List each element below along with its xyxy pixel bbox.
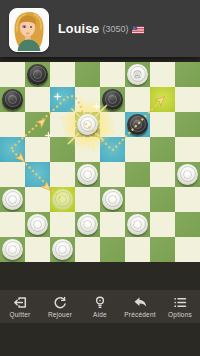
square-c2r2[interactable] xyxy=(50,112,75,137)
white-man[interactable] xyxy=(2,239,23,260)
undo-icon xyxy=(133,296,148,309)
player-rating: (3050) xyxy=(102,24,128,34)
square-c5r3[interactable] xyxy=(125,137,150,162)
square-c0r4[interactable] xyxy=(0,162,25,187)
square-c3r3[interactable] xyxy=(75,137,100,162)
checkers-board: ♕ xyxy=(0,62,200,262)
square-c0r1[interactable] xyxy=(0,87,25,112)
replay-icon xyxy=(53,296,67,309)
square-c3r7[interactable] xyxy=(75,237,100,262)
square-c4r7[interactable] xyxy=(100,237,125,262)
black-man[interactable] xyxy=(2,89,23,110)
hint-label: Aide xyxy=(93,311,107,318)
options-label: Options xyxy=(168,311,192,318)
square-c4r2[interactable] xyxy=(100,112,125,137)
hint-button[interactable]: Aide xyxy=(80,296,120,318)
white-man[interactable] xyxy=(102,189,123,210)
square-c5r6[interactable] xyxy=(125,212,150,237)
square-c1r1[interactable] xyxy=(25,87,50,112)
square-c7r0[interactable] xyxy=(175,62,200,87)
white-man[interactable] xyxy=(2,189,23,210)
opponent-info: Louise (3050) xyxy=(58,0,144,57)
square-c4r4[interactable] xyxy=(100,162,125,187)
square-c7r4[interactable] xyxy=(175,162,200,187)
square-c7r7[interactable] xyxy=(175,237,200,262)
square-c5r4[interactable] xyxy=(125,162,150,187)
square-c2r6[interactable] xyxy=(50,212,75,237)
us-flag-icon xyxy=(132,20,144,38)
square-c6r1[interactable] xyxy=(150,87,175,112)
square-c1r0[interactable] xyxy=(25,62,50,87)
square-c1r2[interactable] xyxy=(25,112,50,137)
white-man[interactable] xyxy=(177,164,198,185)
square-c4r5[interactable] xyxy=(100,187,125,212)
square-c1r5[interactable] xyxy=(25,187,50,212)
player-name: Louise xyxy=(58,22,99,36)
square-c1r6[interactable] xyxy=(25,212,50,237)
game-toolbar: Quitter Rejouer Aide xyxy=(0,290,200,323)
checkers-app: Louise (3050) ♕ xyxy=(0,0,200,356)
square-c4r0[interactable] xyxy=(100,62,125,87)
square-c2r5[interactable] xyxy=(50,187,75,212)
board-squares: ♕ xyxy=(0,62,200,262)
white-man[interactable] xyxy=(52,239,73,260)
lightbulb-icon xyxy=(93,296,107,309)
options-button[interactable]: Options xyxy=(160,296,200,318)
square-c2r4[interactable] xyxy=(50,162,75,187)
square-c5r0[interactable]: ♕ xyxy=(125,62,150,87)
square-c2r3[interactable] xyxy=(50,137,75,162)
square-c5r7[interactable] xyxy=(125,237,150,262)
selected-white-man[interactable] xyxy=(77,114,98,135)
square-c0r7[interactable] xyxy=(0,237,25,262)
square-c6r3[interactable] xyxy=(150,137,175,162)
white-man[interactable] xyxy=(27,214,48,235)
ghost-white-man xyxy=(52,189,73,210)
black-man[interactable] xyxy=(102,89,123,110)
square-c1r4[interactable] xyxy=(25,162,50,187)
square-c6r4[interactable] xyxy=(150,162,175,187)
square-c4r1[interactable] xyxy=(100,87,125,112)
square-c5r2[interactable] xyxy=(125,112,150,137)
square-c1r7[interactable] xyxy=(25,237,50,262)
quit-button[interactable]: Quitter xyxy=(0,296,40,318)
white-king[interactable]: ♕ xyxy=(127,64,148,85)
square-c6r5[interactable] xyxy=(150,187,175,212)
square-c7r5[interactable] xyxy=(175,187,200,212)
black-man[interactable] xyxy=(127,114,148,135)
exit-door-icon xyxy=(13,296,27,309)
replay-button[interactable]: Rejouer xyxy=(40,296,80,318)
square-c4r3[interactable] xyxy=(100,137,125,162)
king-crown-icon: ♕ xyxy=(127,64,148,85)
undo-label: Précédent xyxy=(124,311,155,318)
square-c7r2[interactable] xyxy=(175,112,200,137)
square-c5r5[interactable] xyxy=(125,187,150,212)
white-man[interactable] xyxy=(77,164,98,185)
square-c2r0[interactable] xyxy=(50,62,75,87)
square-c3r5[interactable] xyxy=(75,187,100,212)
avatar-illustration xyxy=(10,9,48,51)
white-man[interactable] xyxy=(77,214,98,235)
quit-label: Quitter xyxy=(10,311,31,318)
square-c0r5[interactable] xyxy=(0,187,25,212)
opponent-header: Louise (3050) xyxy=(0,0,200,57)
square-c6r6[interactable] xyxy=(150,212,175,237)
square-c2r1[interactable] xyxy=(50,87,75,112)
square-c7r6[interactable] xyxy=(175,212,200,237)
square-c0r2[interactable] xyxy=(0,112,25,137)
white-man[interactable] xyxy=(127,214,148,235)
square-c0r0[interactable] xyxy=(0,62,25,87)
square-c5r1[interactable] xyxy=(125,87,150,112)
black-man[interactable] xyxy=(27,64,48,85)
square-c0r6[interactable] xyxy=(0,212,25,237)
opponent-avatar[interactable] xyxy=(9,8,49,52)
square-c3r4[interactable] xyxy=(75,162,100,187)
square-c0r3[interactable] xyxy=(0,137,25,162)
square-c3r1[interactable] xyxy=(75,87,100,112)
square-c3r2[interactable] xyxy=(75,112,100,137)
replay-label: Rejouer xyxy=(48,311,72,318)
square-c4r6[interactable] xyxy=(100,212,125,237)
square-c6r7[interactable] xyxy=(150,237,175,262)
square-c7r1[interactable] xyxy=(175,87,200,112)
square-c6r0[interactable] xyxy=(150,62,175,87)
square-c3r0[interactable] xyxy=(75,62,100,87)
square-c2r7[interactable] xyxy=(50,237,75,262)
square-c3r6[interactable] xyxy=(75,212,100,237)
options-list-icon xyxy=(173,296,187,309)
undo-button[interactable]: Précédent xyxy=(120,296,160,318)
square-c1r3[interactable] xyxy=(25,137,50,162)
square-c7r3[interactable] xyxy=(175,137,200,162)
square-c6r2[interactable] xyxy=(150,112,175,137)
